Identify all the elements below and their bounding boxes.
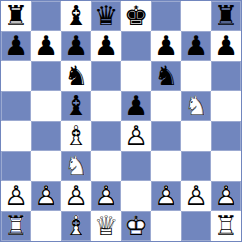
square-f7[interactable]: ♟ <box>151 31 181 61</box>
square-h3[interactable] <box>211 151 241 181</box>
square-f1[interactable] <box>151 211 181 241</box>
square-f6[interactable]: ♞ <box>151 61 181 91</box>
square-a7[interactable]: ♟ <box>1 31 31 61</box>
square-f2[interactable]: ♟♙ <box>151 181 181 211</box>
black-knight-icon: ♞ <box>151 61 181 91</box>
square-g5[interactable]: ♞♘ <box>181 91 211 121</box>
white-king-icon: ♔ <box>121 211 151 241</box>
square-h7[interactable]: ♟ <box>211 31 241 61</box>
square-d6[interactable] <box>91 61 121 91</box>
white-pawn-icon: ♙ <box>211 181 241 211</box>
square-g3[interactable] <box>181 151 211 181</box>
white-queen-fill: ♛ <box>91 211 121 241</box>
black-pawn-icon: ♟ <box>211 31 241 61</box>
chess-board: ♜♝♛♚♜♟♟♟♟♟♟♟♞♞♝♟♞♘♝♗♟♙♞♘♟♙♟♙♟♙♟♙♟♙♟♙♟♙♜♖… <box>0 0 242 242</box>
white-bishop-fill: ♝ <box>61 211 91 241</box>
black-pawn-icon: ♟ <box>151 31 181 61</box>
square-g2[interactable]: ♟♙ <box>181 181 211 211</box>
square-a3[interactable] <box>1 151 31 181</box>
square-e4[interactable]: ♟♙ <box>121 121 151 151</box>
square-b7[interactable]: ♟ <box>31 31 61 61</box>
square-f5[interactable] <box>151 91 181 121</box>
square-h4[interactable] <box>211 121 241 151</box>
black-pawn-icon: ♟ <box>1 31 31 61</box>
square-b3[interactable] <box>31 151 61 181</box>
square-a2[interactable]: ♟♙ <box>1 181 31 211</box>
white-rook-icon: ♖ <box>211 211 241 241</box>
square-c3[interactable]: ♞♘ <box>61 151 91 181</box>
square-c6[interactable]: ♞ <box>61 61 91 91</box>
black-bishop-icon: ♝ <box>61 91 91 121</box>
white-pawn-fill: ♟ <box>1 181 31 211</box>
square-e3[interactable] <box>121 151 151 181</box>
square-c8[interactable]: ♝ <box>61 1 91 31</box>
square-h2[interactable]: ♟♙ <box>211 181 241 211</box>
white-bishop-fill: ♝ <box>61 121 91 151</box>
square-e6[interactable] <box>121 61 151 91</box>
black-knight-icon: ♞ <box>61 61 91 91</box>
square-a4[interactable] <box>1 121 31 151</box>
white-rook-fill: ♜ <box>211 211 241 241</box>
square-d4[interactable] <box>91 121 121 151</box>
square-e5[interactable]: ♟ <box>121 91 151 121</box>
white-pawn-icon: ♙ <box>91 181 121 211</box>
square-e8[interactable]: ♚ <box>121 1 151 31</box>
black-pawn-icon: ♟ <box>181 31 211 61</box>
black-bishop-icon: ♝ <box>61 1 91 31</box>
white-pawn-icon: ♙ <box>1 181 31 211</box>
black-pawn-icon: ♟ <box>91 31 121 61</box>
black-pawn-icon: ♟ <box>61 31 91 61</box>
square-a5[interactable] <box>1 91 31 121</box>
white-queen-icon: ♕ <box>91 211 121 241</box>
square-d1[interactable]: ♛♕ <box>91 211 121 241</box>
square-d8[interactable]: ♛ <box>91 1 121 31</box>
black-rook-icon: ♜ <box>211 1 241 31</box>
square-c5[interactable]: ♝ <box>61 91 91 121</box>
white-pawn-fill: ♟ <box>61 181 91 211</box>
white-pawn-fill: ♟ <box>91 181 121 211</box>
square-g7[interactable]: ♟ <box>181 31 211 61</box>
white-pawn-icon: ♙ <box>181 181 211 211</box>
square-d5[interactable] <box>91 91 121 121</box>
square-e2[interactable] <box>121 181 151 211</box>
square-b4[interactable] <box>31 121 61 151</box>
square-e1[interactable]: ♚♔ <box>121 211 151 241</box>
white-pawn-icon: ♙ <box>151 181 181 211</box>
square-c7[interactable]: ♟ <box>61 31 91 61</box>
white-rook-fill: ♜ <box>1 211 31 241</box>
white-pawn-icon: ♙ <box>61 181 91 211</box>
black-pawn-icon: ♟ <box>31 31 61 61</box>
square-h5[interactable] <box>211 91 241 121</box>
black-pawn-icon: ♟ <box>121 91 151 121</box>
square-a1[interactable]: ♜♖ <box>1 211 31 241</box>
square-c1[interactable]: ♝♗ <box>61 211 91 241</box>
square-a8[interactable]: ♜ <box>1 1 31 31</box>
square-d2[interactable]: ♟♙ <box>91 181 121 211</box>
square-a6[interactable] <box>1 61 31 91</box>
white-knight-icon: ♘ <box>181 91 211 121</box>
white-pawn-fill: ♟ <box>151 181 181 211</box>
square-d3[interactable] <box>91 151 121 181</box>
white-pawn-fill: ♟ <box>121 121 151 151</box>
white-rook-icon: ♖ <box>1 211 31 241</box>
square-b2[interactable]: ♟♙ <box>31 181 61 211</box>
square-f3[interactable] <box>151 151 181 181</box>
square-g6[interactable] <box>181 61 211 91</box>
white-bishop-icon: ♗ <box>61 121 91 151</box>
square-c4[interactable]: ♝♗ <box>61 121 91 151</box>
square-h8[interactable]: ♜ <box>211 1 241 31</box>
square-e7[interactable] <box>121 31 151 61</box>
square-b5[interactable] <box>31 91 61 121</box>
square-b6[interactable] <box>31 61 61 91</box>
black-king-icon: ♚ <box>121 1 151 31</box>
black-queen-icon: ♛ <box>91 1 121 31</box>
white-pawn-fill: ♟ <box>31 181 61 211</box>
black-rook-icon: ♜ <box>1 1 31 31</box>
square-b8[interactable] <box>31 1 61 31</box>
white-pawn-fill: ♟ <box>211 181 241 211</box>
white-pawn-icon: ♙ <box>31 181 61 211</box>
white-knight-fill: ♞ <box>181 91 211 121</box>
square-h6[interactable] <box>211 61 241 91</box>
white-pawn-fill: ♟ <box>181 181 211 211</box>
white-king-fill: ♚ <box>121 211 151 241</box>
square-g8[interactable] <box>181 1 211 31</box>
square-b1[interactable] <box>31 211 61 241</box>
square-h1[interactable]: ♜♖ <box>211 211 241 241</box>
white-pawn-icon: ♙ <box>121 121 151 151</box>
square-g1[interactable] <box>181 211 211 241</box>
square-f8[interactable] <box>151 1 181 31</box>
white-knight-fill: ♞ <box>61 151 91 181</box>
square-g4[interactable] <box>181 121 211 151</box>
white-knight-icon: ♘ <box>61 151 91 181</box>
square-d7[interactable]: ♟ <box>91 31 121 61</box>
square-f4[interactable] <box>151 121 181 151</box>
square-c2[interactable]: ♟♙ <box>61 181 91 211</box>
white-bishop-icon: ♗ <box>61 211 91 241</box>
